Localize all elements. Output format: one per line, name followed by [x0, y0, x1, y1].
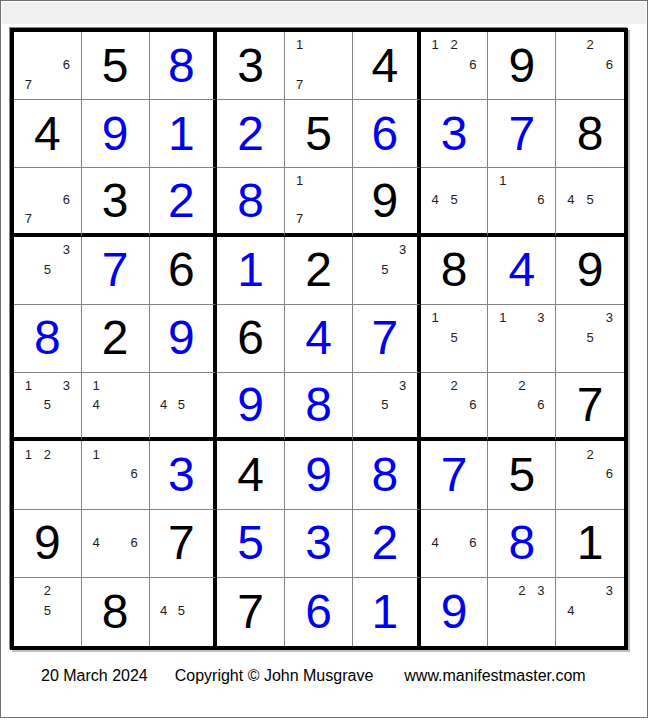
pencil-mark-pos-8	[376, 414, 394, 433]
solved-digit: 6	[353, 100, 417, 167]
pencil-mark-pos-5	[580, 601, 599, 621]
cell-r1c4[interactable]: 3	[217, 32, 285, 100]
pencil-mark-pos-8	[580, 621, 599, 641]
cell-r2c5[interactable]: 5	[285, 100, 353, 168]
pencil-mark-pos-5	[512, 328, 531, 348]
pencil-mark-pos-8	[512, 347, 531, 367]
pencil-mark-pos-5	[309, 55, 328, 75]
given-digit: 5	[285, 100, 352, 167]
pencil-marks: 34	[561, 581, 619, 641]
solved-digit: 1	[150, 100, 214, 167]
pencil-mark-pos-8	[376, 279, 394, 299]
cell-r6c5[interactable]: 8	[285, 373, 353, 441]
cell-r3c5[interactable]: 17	[285, 168, 353, 236]
cell-r5c9[interactable]: 35	[556, 305, 624, 373]
pencil-mark-pos-9	[328, 74, 347, 94]
cell-r7c5[interactable]: 9	[285, 441, 353, 509]
pencil-marks: 135	[19, 376, 76, 432]
pencil-mark-pos-4	[493, 190, 512, 209]
cell-r5c2[interactable]: 2	[82, 305, 150, 373]
pencil-mark-pos-1	[561, 308, 580, 328]
cell-r3c3[interactable]: 2	[150, 168, 218, 236]
cell-r5c8[interactable]: 13	[488, 305, 556, 373]
pencil-marks: 45	[426, 171, 483, 227]
cell-r3c9[interactable]: 45	[556, 168, 624, 236]
pencil-mark-pos-2	[445, 308, 464, 328]
pencil-mark-pos-8	[309, 209, 328, 228]
solved-digit: 8	[353, 441, 417, 508]
cell-r8c5[interactable]: 3	[285, 510, 353, 578]
pencil-mark-pos-6: 6	[464, 532, 483, 552]
pencil-mark-pos-4	[493, 395, 512, 414]
cell-r3c6[interactable]: 9	[353, 168, 421, 236]
pencil-mark-pos-3	[531, 376, 550, 395]
pencil-mark-pos-7	[561, 621, 580, 641]
cell-r8c8[interactable]: 8	[488, 510, 556, 578]
cell-r5c7[interactable]: 15	[421, 305, 489, 373]
pencil-mark-pos-5	[309, 190, 328, 209]
pencil-mark-pos-9	[464, 347, 483, 367]
cell-r4c9[interactable]: 9	[556, 237, 624, 305]
pencil-marks: 26	[561, 35, 619, 94]
copyright-text: Copyright © John Musgrave	[175, 667, 374, 685]
pencil-mark-pos-7: 7	[19, 209, 38, 228]
pencil-mark-pos-2	[38, 35, 57, 55]
pencil-marks: 16	[87, 444, 144, 503]
cell-r3c1[interactable]: 67	[14, 168, 82, 236]
pencil-mark-pos-4	[561, 464, 580, 484]
pencil-mark-pos-6: 6	[531, 395, 550, 414]
cell-r8c4[interactable]: 5	[217, 510, 285, 578]
pencil-mark-pos-2	[512, 171, 531, 190]
pencil-mark-pos-9	[531, 209, 550, 228]
pencil-marks: 35	[358, 240, 412, 299]
pencil-mark-pos-1	[426, 376, 445, 395]
solved-digit: 4	[488, 237, 555, 304]
solved-digit: 1	[217, 237, 284, 304]
pencil-mark-pos-7	[87, 484, 106, 504]
cell-r1c9[interactable]: 26	[556, 32, 624, 100]
pencil-mark-pos-7: 7	[290, 209, 309, 228]
pencil-mark-pos-8	[172, 414, 190, 433]
pencil-marks: 35	[358, 376, 412, 432]
pencil-mark-pos-4	[290, 190, 309, 209]
given-digit: 1	[556, 510, 624, 577]
pencil-marks: 26	[426, 376, 483, 432]
pencil-mark-pos-6: 6	[57, 190, 76, 209]
website-url: www.manifestmaster.com	[404, 667, 585, 685]
pencil-mark-pos-7	[426, 209, 445, 228]
cell-r1c8[interactable]: 9	[488, 32, 556, 100]
cell-r2c3[interactable]: 1	[150, 100, 218, 168]
pencil-mark-pos-7	[155, 621, 173, 641]
pencil-mark-pos-8	[106, 414, 125, 433]
cell-r6c4[interactable]: 9	[217, 373, 285, 441]
pencil-mark-pos-9	[464, 209, 483, 228]
cell-r4c7[interactable]: 8	[421, 237, 489, 305]
cell-r4c2[interactable]: 7	[82, 237, 150, 305]
pencil-mark-pos-9	[57, 414, 76, 433]
pencil-mark-pos-5: 5	[38, 601, 57, 621]
cell-r7c8[interactable]: 5	[488, 441, 556, 509]
given-digit: 2	[82, 305, 149, 372]
cell-r7c3[interactable]: 3	[150, 441, 218, 509]
cell-r4c6[interactable]: 35	[353, 237, 421, 305]
pencil-mark-pos-7	[19, 414, 38, 433]
pencil-mark-pos-3	[600, 35, 619, 55]
pencil-mark-pos-7	[358, 414, 376, 433]
solved-digit: 4	[285, 305, 352, 372]
pencil-mark-pos-7	[426, 552, 445, 572]
pencil-mark-pos-3	[464, 308, 483, 328]
cell-r4c8[interactable]: 4	[488, 237, 556, 305]
cell-r5c5[interactable]: 4	[285, 305, 353, 373]
pencil-mark-pos-4	[561, 328, 580, 348]
pencil-mark-pos-6: 6	[57, 55, 76, 75]
pencil-mark-pos-6: 6	[464, 55, 483, 75]
pencil-mark-pos-8	[445, 209, 464, 228]
cell-r9c6[interactable]: 1	[353, 578, 421, 646]
pencil-mark-pos-3	[57, 444, 76, 464]
cell-r3c2[interactable]: 3	[82, 168, 150, 236]
solved-digit: 8	[150, 32, 214, 99]
pencil-mark-pos-7	[358, 279, 376, 299]
given-digit: 9	[14, 510, 81, 577]
cell-r6c2[interactable]: 14	[82, 373, 150, 441]
sudoku-page: 6758317412692649125637867328179451645357…	[0, 0, 648, 718]
pencil-mark-pos-5	[445, 532, 464, 552]
pencil-mark-pos-1	[19, 240, 38, 260]
pencil-mark-pos-8	[580, 484, 599, 504]
pencil-mark-pos-3: 3	[531, 581, 550, 601]
pencil-mark-pos-5	[580, 464, 599, 484]
pencil-mark-pos-7: 7	[290, 74, 309, 94]
pencil-mark-pos-3	[57, 35, 76, 55]
cell-r2c4[interactable]: 2	[217, 100, 285, 168]
pencil-mark-pos-3	[464, 513, 483, 533]
solved-digit: 3	[285, 510, 352, 577]
pencil-marks: 35	[561, 308, 619, 367]
pencil-mark-pos-6: 6	[600, 464, 619, 484]
cell-r7c9[interactable]: 26	[556, 441, 624, 509]
cell-r8c6[interactable]: 2	[353, 510, 421, 578]
pencil-mark-pos-6	[57, 395, 76, 414]
pencil-mark-pos-3: 3	[57, 376, 76, 395]
pencil-mark-pos-3: 3	[57, 240, 76, 260]
cell-r6c6[interactable]: 35	[353, 373, 421, 441]
cell-r2c9[interactable]: 8	[556, 100, 624, 168]
pencil-mark-pos-1: 1	[19, 376, 38, 395]
given-digit: 9	[556, 237, 624, 304]
pencil-mark-pos-4	[358, 395, 376, 414]
solved-digit: 1	[353, 578, 417, 646]
pencil-mark-pos-6	[57, 259, 76, 279]
pencil-mark-pos-2	[38, 171, 57, 190]
pencil-mark-pos-9	[394, 414, 412, 433]
pencil-mark-pos-4	[561, 55, 580, 75]
pencil-mark-pos-8	[445, 414, 464, 433]
cell-r6c8[interactable]: 26	[488, 373, 556, 441]
pencil-mark-pos-1: 1	[493, 171, 512, 190]
cell-r5c4[interactable]: 6	[217, 305, 285, 373]
pencil-mark-pos-6: 6	[125, 464, 144, 484]
pencil-mark-pos-4: 4	[87, 532, 106, 552]
pencil-mark-pos-7	[19, 621, 38, 641]
cell-r6c7[interactable]: 26	[421, 373, 489, 441]
pencil-mark-pos-2	[580, 581, 599, 601]
pencil-mark-pos-1	[561, 171, 580, 190]
pencil-mark-pos-3	[328, 171, 347, 190]
pencil-mark-pos-8	[38, 279, 57, 299]
cell-r9c3[interactable]: 45	[150, 578, 218, 646]
pencil-mark-pos-6	[125, 395, 144, 414]
pencil-mark-pos-3: 3	[394, 240, 412, 260]
given-digit: 7	[556, 373, 624, 437]
cell-r2c8[interactable]: 7	[488, 100, 556, 168]
pencil-mark-pos-7	[426, 414, 445, 433]
pencil-marks: 26	[493, 376, 550, 432]
pencil-mark-pos-6	[190, 601, 208, 621]
pencil-mark-pos-4	[290, 55, 309, 75]
solved-digit: 7	[421, 441, 488, 508]
pencil-marks: 67	[19, 35, 76, 94]
solved-digit: 2	[353, 510, 417, 577]
pencil-mark-pos-2	[512, 308, 531, 328]
pencil-mark-pos-1	[87, 513, 106, 533]
cell-r4c5[interactable]: 2	[285, 237, 353, 305]
cell-r8c1[interactable]: 9	[14, 510, 82, 578]
cell-r2c7[interactable]: 3	[421, 100, 489, 168]
pencil-mark-pos-4	[19, 259, 38, 279]
pencil-mark-pos-5: 5	[172, 601, 190, 621]
solved-digit: 8	[217, 168, 284, 232]
pencil-mark-pos-4	[19, 190, 38, 209]
pencil-mark-pos-1: 1	[426, 35, 445, 55]
pencil-mark-pos-5	[445, 55, 464, 75]
pencil-mark-pos-1	[155, 376, 173, 395]
pencil-mark-pos-4	[493, 328, 512, 348]
pencil-mark-pos-1	[19, 171, 38, 190]
cell-r3c4[interactable]: 8	[217, 168, 285, 236]
pencil-mark-pos-1	[19, 35, 38, 55]
cell-r5c3[interactable]: 9	[150, 305, 218, 373]
given-digit: 7	[150, 510, 214, 577]
cell-r3c7[interactable]: 45	[421, 168, 489, 236]
pencil-mark-pos-5: 5	[580, 190, 599, 209]
given-digit: 4	[14, 100, 81, 167]
pencil-mark-pos-6	[328, 190, 347, 209]
solved-digit: 9	[217, 373, 284, 437]
pencil-mark-pos-2: 2	[38, 444, 57, 464]
pencil-mark-pos-5	[445, 395, 464, 414]
pencil-mark-pos-2	[38, 376, 57, 395]
given-digit: 4	[217, 441, 284, 508]
pencil-mark-pos-6	[57, 601, 76, 621]
cell-r9c2[interactable]: 8	[82, 578, 150, 646]
pencil-mark-pos-2	[106, 376, 125, 395]
cell-r6c9[interactable]: 7	[556, 373, 624, 441]
pencil-mark-pos-7	[561, 209, 580, 228]
pencil-mark-pos-6	[328, 55, 347, 75]
pencil-marks: 35	[19, 240, 76, 299]
pencil-mark-pos-5	[38, 464, 57, 484]
pencil-mark-pos-2	[309, 171, 328, 190]
cell-r3c8[interactable]: 16	[488, 168, 556, 236]
pencil-marks: 12	[19, 444, 76, 503]
pencil-mark-pos-3	[125, 444, 144, 464]
cell-r7c6[interactable]: 8	[353, 441, 421, 509]
pencil-mark-pos-3: 3	[394, 376, 412, 395]
pencil-mark-pos-6: 6	[125, 532, 144, 552]
pencil-mark-pos-3	[57, 171, 76, 190]
cell-r1c6[interactable]: 4	[353, 32, 421, 100]
pencil-mark-pos-8	[106, 484, 125, 504]
cell-r2c6[interactable]: 6	[353, 100, 421, 168]
pencil-mark-pos-8	[512, 414, 531, 433]
cell-r2c2[interactable]: 9	[82, 100, 150, 168]
given-digit: 2	[285, 237, 352, 304]
pencil-mark-pos-2	[580, 171, 599, 190]
cell-r7c1[interactable]: 12	[14, 441, 82, 509]
cell-r4c3[interactable]: 6	[150, 237, 218, 305]
pencil-mark-pos-9	[600, 621, 619, 641]
pencil-mark-pos-3	[531, 171, 550, 190]
cell-r9c1[interactable]: 25	[14, 578, 82, 646]
pencil-mark-pos-9	[57, 74, 76, 94]
cell-r1c1[interactable]: 67	[14, 32, 82, 100]
pencil-mark-pos-1	[358, 376, 376, 395]
cell-r9c4[interactable]: 7	[217, 578, 285, 646]
cell-r5c1[interactable]: 8	[14, 305, 82, 373]
solved-digit: 2	[150, 168, 214, 232]
cell-r8c9[interactable]: 1	[556, 510, 624, 578]
pencil-marks: 17	[290, 171, 347, 227]
pencil-marks: 15	[426, 308, 483, 367]
cell-r7c7[interactable]: 7	[421, 441, 489, 509]
pencil-marks: 67	[19, 171, 76, 227]
pencil-mark-pos-8	[445, 552, 464, 572]
pencil-mark-pos-4: 4	[155, 395, 173, 414]
pencil-mark-pos-9	[531, 347, 550, 367]
pencil-mark-pos-6	[531, 601, 550, 621]
cell-r7c4[interactable]: 4	[217, 441, 285, 509]
pencil-mark-pos-2	[309, 35, 328, 55]
pencil-mark-pos-7	[493, 347, 512, 367]
pencil-mark-pos-2	[172, 376, 190, 395]
solved-digit: 9	[421, 578, 488, 646]
pencil-mark-pos-6	[600, 190, 619, 209]
pencil-mark-pos-5	[38, 190, 57, 209]
pencil-mark-pos-9	[190, 621, 208, 641]
pencil-mark-pos-7	[87, 414, 106, 433]
pencil-mark-pos-6: 6	[531, 190, 550, 209]
cell-r9c7[interactable]: 9	[421, 578, 489, 646]
given-digit: 8	[556, 100, 624, 167]
pencil-mark-pos-9	[57, 209, 76, 228]
pencil-mark-pos-2: 2	[445, 376, 464, 395]
cell-r1c5[interactable]: 17	[285, 32, 353, 100]
pencil-mark-pos-1	[19, 581, 38, 601]
given-digit: 7	[217, 578, 284, 646]
pencil-mark-pos-2	[172, 581, 190, 601]
cell-r8c7[interactable]: 46	[421, 510, 489, 578]
given-digit: 3	[217, 32, 284, 99]
pencil-mark-pos-9	[464, 74, 483, 94]
solved-digit: 7	[353, 305, 417, 372]
cell-r6c3[interactable]: 45	[150, 373, 218, 441]
pencil-mark-pos-6	[394, 259, 412, 279]
cell-r1c2[interactable]: 5	[82, 32, 150, 100]
solved-digit: 8	[488, 510, 555, 577]
pencil-mark-pos-7	[426, 347, 445, 367]
pencil-mark-pos-1: 1	[87, 376, 106, 395]
pencil-mark-pos-2	[106, 513, 125, 533]
pencil-mark-pos-7	[493, 414, 512, 433]
cell-r2c1[interactable]: 4	[14, 100, 82, 168]
pencil-mark-pos-9	[464, 552, 483, 572]
pencil-mark-pos-3	[125, 376, 144, 395]
pencil-mark-pos-7: 7	[19, 74, 38, 94]
cell-r1c3[interactable]: 8	[150, 32, 218, 100]
pencil-mark-pos-5: 5	[445, 328, 464, 348]
cell-r8c3[interactable]: 7	[150, 510, 218, 578]
pencil-mark-pos-3	[190, 376, 208, 395]
pencil-marks: 14	[87, 376, 144, 432]
cell-r8c2[interactable]: 46	[82, 510, 150, 578]
pencil-mark-pos-8	[309, 74, 328, 94]
solved-digit: 7	[82, 237, 149, 304]
cell-r4c1[interactable]: 35	[14, 237, 82, 305]
given-digit: 8	[421, 237, 488, 304]
given-digit: 9	[353, 168, 417, 232]
given-digit: 6	[150, 237, 214, 304]
pencil-mark-pos-9	[531, 414, 550, 433]
pencil-mark-pos-4	[19, 601, 38, 621]
pencil-marks: 23	[493, 581, 550, 641]
pencil-mark-pos-2: 2	[580, 35, 599, 55]
cell-r1c7[interactable]: 126	[421, 32, 489, 100]
cell-r9c8[interactable]: 23	[488, 578, 556, 646]
cell-r9c5[interactable]: 6	[285, 578, 353, 646]
cell-r6c1[interactable]: 135	[14, 373, 82, 441]
cell-r5c6[interactable]: 7	[353, 305, 421, 373]
pencil-mark-pos-3	[464, 376, 483, 395]
pencil-marks: 45	[561, 171, 619, 227]
pencil-mark-pos-8	[38, 484, 57, 504]
pencil-mark-pos-4	[426, 328, 445, 348]
pencil-mark-pos-3	[190, 581, 208, 601]
pencil-mark-pos-6	[464, 328, 483, 348]
pencil-mark-pos-8	[512, 209, 531, 228]
pencil-mark-pos-7	[87, 552, 106, 572]
pencil-mark-pos-2	[445, 513, 464, 533]
pencil-mark-pos-4	[19, 395, 38, 414]
pencil-mark-pos-4	[87, 464, 106, 484]
cell-r4c4[interactable]: 1	[217, 237, 285, 305]
pencil-mark-pos-3	[600, 171, 619, 190]
pencil-mark-pos-9	[328, 209, 347, 228]
pencil-mark-pos-7	[19, 279, 38, 299]
solved-digit: 8	[14, 305, 81, 372]
pencil-mark-pos-1: 1	[19, 444, 38, 464]
pencil-mark-pos-4	[426, 55, 445, 75]
pencil-mark-pos-1	[561, 444, 580, 464]
pencil-marks: 13	[493, 308, 550, 367]
pencil-mark-pos-3	[125, 513, 144, 533]
cell-r7c2[interactable]: 16	[82, 441, 150, 509]
pencil-mark-pos-8	[580, 209, 599, 228]
cell-r9c9[interactable]: 34	[556, 578, 624, 646]
